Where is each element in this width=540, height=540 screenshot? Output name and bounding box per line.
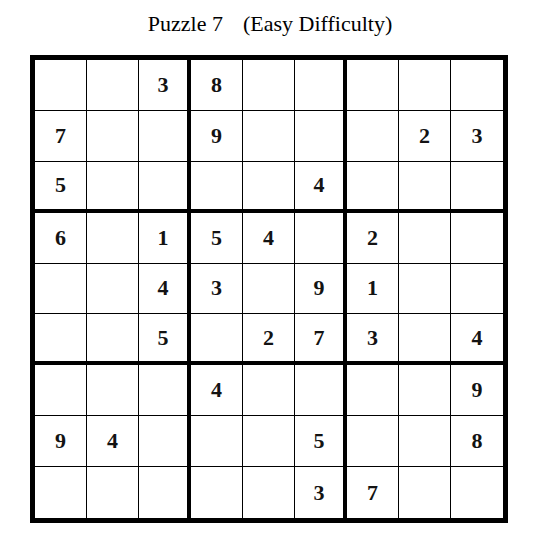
sudoku-cell[interactable]: [139, 111, 191, 162]
sudoku-cell[interactable]: 7: [35, 111, 87, 162]
sudoku-cell[interactable]: 8: [191, 60, 243, 111]
sudoku-board: 387923546154243915273449945837: [30, 55, 508, 523]
sudoku-cell[interactable]: [295, 111, 347, 162]
sudoku-cell[interactable]: 4: [295, 162, 347, 213]
sudoku-cell[interactable]: [295, 60, 347, 111]
puzzle-number-label: Puzzle 7: [148, 11, 223, 37]
sudoku-cell[interactable]: [139, 365, 191, 416]
sudoku-cell[interactable]: [191, 416, 243, 467]
sudoku-cell[interactable]: [87, 60, 139, 111]
sudoku-cell[interactable]: 5: [191, 213, 243, 264]
sudoku-cell[interactable]: 7: [295, 314, 347, 365]
sudoku-cell[interactable]: [451, 264, 503, 315]
sudoku-cell[interactable]: [399, 365, 451, 416]
sudoku-cell[interactable]: 1: [139, 213, 191, 264]
sudoku-cell[interactable]: [191, 162, 243, 213]
sudoku-cell[interactable]: 3: [295, 467, 347, 518]
sudoku-cell[interactable]: [243, 467, 295, 518]
sudoku-cell[interactable]: 9: [295, 264, 347, 315]
sudoku-cell[interactable]: [347, 416, 399, 467]
sudoku-cell[interactable]: [243, 60, 295, 111]
sudoku-cell[interactable]: [87, 162, 139, 213]
puzzle-page: Puzzle 7 (Easy Difficulty) 3879235461542…: [0, 0, 540, 540]
sudoku-cell[interactable]: [295, 365, 347, 416]
sudoku-cell[interactable]: 5: [295, 416, 347, 467]
sudoku-cell[interactable]: [295, 213, 347, 264]
sudoku-cell[interactable]: [347, 365, 399, 416]
sudoku-cell[interactable]: [451, 60, 503, 111]
sudoku-cell[interactable]: [347, 111, 399, 162]
sudoku-cell[interactable]: [139, 162, 191, 213]
sudoku-cell[interactable]: [399, 467, 451, 518]
page-title: Puzzle 7 (Easy Difficulty): [0, 11, 540, 37]
sudoku-cell[interactable]: [191, 314, 243, 365]
sudoku-cell[interactable]: 4: [243, 213, 295, 264]
sudoku-cell[interactable]: 4: [87, 416, 139, 467]
sudoku-cell[interactable]: 7: [347, 467, 399, 518]
sudoku-cell[interactable]: 2: [347, 213, 399, 264]
sudoku-cell[interactable]: [399, 162, 451, 213]
sudoku-cell[interactable]: 3: [347, 314, 399, 365]
sudoku-cell[interactable]: 2: [243, 314, 295, 365]
sudoku-cell[interactable]: [243, 416, 295, 467]
sudoku-cell[interactable]: [87, 213, 139, 264]
sudoku-cell[interactable]: [399, 213, 451, 264]
sudoku-cell[interactable]: 2: [399, 111, 451, 162]
sudoku-cell[interactable]: [35, 60, 87, 111]
sudoku-cell[interactable]: [451, 467, 503, 518]
sudoku-cell[interactable]: [243, 264, 295, 315]
sudoku-cell[interactable]: 6: [35, 213, 87, 264]
sudoku-cell[interactable]: 9: [191, 111, 243, 162]
sudoku-cell[interactable]: 3: [191, 264, 243, 315]
sudoku-cell[interactable]: [87, 111, 139, 162]
sudoku-cell[interactable]: [87, 467, 139, 518]
sudoku-cell[interactable]: 4: [191, 365, 243, 416]
sudoku-cell[interactable]: 9: [35, 416, 87, 467]
sudoku-cell[interactable]: 3: [139, 60, 191, 111]
sudoku-cell[interactable]: [243, 365, 295, 416]
sudoku-cell[interactable]: 9: [451, 365, 503, 416]
sudoku-cell[interactable]: [347, 162, 399, 213]
sudoku-cell[interactable]: [399, 416, 451, 467]
sudoku-cell[interactable]: [139, 416, 191, 467]
sudoku-cell[interactable]: 1: [347, 264, 399, 315]
sudoku-cell[interactable]: [35, 467, 87, 518]
sudoku-cell[interactable]: [35, 365, 87, 416]
sudoku-cell[interactable]: [347, 60, 399, 111]
sudoku-cell[interactable]: [399, 60, 451, 111]
sudoku-cell[interactable]: [87, 264, 139, 315]
sudoku-cell[interactable]: [451, 162, 503, 213]
sudoku-cell[interactable]: 5: [139, 314, 191, 365]
sudoku-cell[interactable]: [139, 467, 191, 518]
sudoku-cell[interactable]: 8: [451, 416, 503, 467]
sudoku-cell[interactable]: 4: [139, 264, 191, 315]
sudoku-cell[interactable]: 3: [451, 111, 503, 162]
sudoku-cell[interactable]: [243, 162, 295, 213]
sudoku-cell[interactable]: [191, 467, 243, 518]
sudoku-cell[interactable]: [35, 264, 87, 315]
sudoku-cell[interactable]: [35, 314, 87, 365]
sudoku-cell[interactable]: 5: [35, 162, 87, 213]
difficulty-label: (Easy Difficulty): [243, 11, 392, 37]
sudoku-cell[interactable]: [243, 111, 295, 162]
sudoku-cell[interactable]: [399, 264, 451, 315]
sudoku-cell[interactable]: [451, 213, 503, 264]
sudoku-cell[interactable]: [87, 314, 139, 365]
sudoku-cell[interactable]: 4: [451, 314, 503, 365]
sudoku-cell[interactable]: [87, 365, 139, 416]
sudoku-cell[interactable]: [399, 314, 451, 365]
